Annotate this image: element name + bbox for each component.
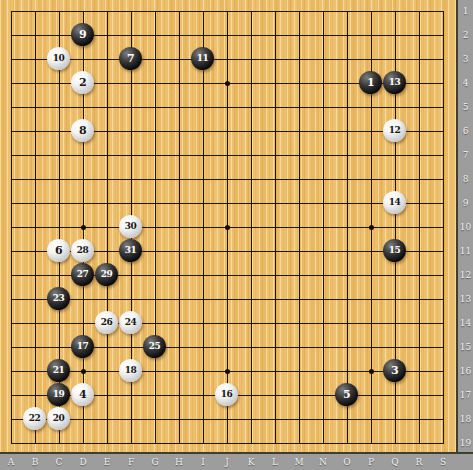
stone-move-16[interactable]: 16	[215, 383, 238, 406]
stone-move-23[interactable]: 23	[47, 287, 70, 310]
stone-move-27[interactable]: 27	[71, 263, 94, 286]
row-label-16: 16	[458, 365, 473, 377]
col-label-D: D	[75, 456, 91, 468]
col-label-I: I	[195, 456, 211, 468]
stone-move-22[interactable]: 22	[23, 407, 46, 430]
move-number: 5	[343, 389, 350, 400]
stone-move-24[interactable]: 24	[119, 311, 142, 334]
col-label-Q: Q	[387, 456, 403, 468]
col-label-F: F	[123, 456, 139, 468]
move-number: 1	[367, 77, 374, 88]
stone-move-13[interactable]: 13	[383, 71, 406, 94]
stone-move-10[interactable]: 10	[47, 47, 70, 70]
col-label-B: B	[27, 456, 43, 468]
col-label-E: E	[99, 456, 115, 468]
stone-move-12[interactable]: 12	[383, 119, 406, 142]
star-point	[369, 225, 374, 230]
star-point	[81, 369, 86, 374]
row-label-18: 18	[458, 413, 473, 425]
stone-move-21[interactable]: 21	[47, 359, 70, 382]
col-label-O: O	[339, 456, 355, 468]
stone-move-7[interactable]: 7	[119, 47, 142, 70]
move-number: 6	[55, 245, 62, 256]
move-number: 8	[79, 125, 86, 136]
row-label-4: 4	[458, 77, 473, 89]
move-number: 20	[53, 414, 65, 423]
row-label-2: 2	[458, 29, 473, 41]
star-point	[81, 225, 86, 230]
col-label-P: P	[363, 456, 379, 468]
col-label-H: H	[171, 456, 187, 468]
move-number: 9	[79, 29, 86, 40]
col-label-L: L	[267, 456, 283, 468]
stone-move-14[interactable]: 14	[383, 191, 406, 214]
col-label-G: G	[147, 456, 163, 468]
stone-move-6[interactable]: 6	[47, 239, 70, 262]
col-label-N: N	[315, 456, 331, 468]
stone-move-3[interactable]: 3	[383, 359, 406, 382]
stone-move-1[interactable]: 1	[359, 71, 382, 94]
stone-move-19[interactable]: 19	[47, 383, 70, 406]
move-number: 21	[53, 366, 65, 375]
row-label-6: 6	[458, 125, 473, 137]
move-number: 11	[197, 54, 209, 63]
row-label-19: 19	[458, 437, 473, 449]
move-number: 24	[125, 318, 137, 327]
stone-move-18[interactable]: 18	[119, 359, 142, 382]
stone-move-9[interactable]: 9	[71, 23, 94, 46]
goban[interactable]: 1234567891011121314151617181920212223242…	[0, 0, 458, 453]
column-coordinate-strip: ABCDEFGHIJKLMNOPQRS	[0, 452, 473, 470]
row-label-15: 15	[458, 341, 473, 353]
col-label-S: S	[435, 456, 451, 468]
move-number: 12	[389, 126, 401, 135]
move-number: 4	[79, 389, 86, 400]
move-number: 15	[389, 246, 401, 255]
move-number: 30	[125, 222, 137, 231]
stone-move-5[interactable]: 5	[335, 383, 358, 406]
stone-move-31[interactable]: 31	[119, 239, 142, 262]
star-point	[225, 225, 230, 230]
stone-move-25[interactable]: 25	[143, 335, 166, 358]
move-number: 3	[391, 365, 398, 376]
col-label-K: K	[243, 456, 259, 468]
move-number: 13	[389, 78, 401, 87]
col-label-A: A	[3, 456, 19, 468]
move-number: 19	[53, 390, 65, 399]
row-label-7: 7	[458, 149, 473, 161]
stone-move-4[interactable]: 4	[71, 383, 94, 406]
row-label-17: 17	[458, 389, 473, 401]
move-number: 10	[53, 54, 65, 63]
row-label-9: 9	[458, 197, 473, 209]
star-point	[225, 81, 230, 86]
kifu-diagram: 1234567891011121314151617181920212223242…	[0, 0, 473, 470]
move-number: 25	[149, 342, 161, 351]
stone-move-28[interactable]: 28	[71, 239, 94, 262]
move-number: 14	[389, 198, 401, 207]
move-number: 16	[221, 390, 233, 399]
row-label-11: 11	[458, 245, 473, 257]
stone-move-29[interactable]: 29	[95, 263, 118, 286]
stone-move-26[interactable]: 26	[95, 311, 118, 334]
col-label-R: R	[411, 456, 427, 468]
move-number: 22	[29, 414, 41, 423]
row-label-12: 12	[458, 269, 473, 281]
move-number: 26	[101, 318, 113, 327]
row-label-8: 8	[458, 173, 473, 185]
col-label-J: J	[219, 456, 235, 468]
col-label-M: M	[291, 456, 307, 468]
star-point	[225, 369, 230, 374]
stone-move-11[interactable]: 11	[191, 47, 214, 70]
col-label-C: C	[51, 456, 67, 468]
move-number: 28	[77, 246, 89, 255]
move-number: 17	[77, 342, 89, 351]
row-label-1: 1	[458, 5, 473, 17]
move-number: 29	[101, 270, 113, 279]
row-coordinate-strip: 12345678910111213141516171819	[456, 0, 473, 470]
star-point	[369, 369, 374, 374]
move-number: 7	[127, 53, 134, 64]
stone-move-15[interactable]: 15	[383, 239, 406, 262]
row-label-10: 10	[458, 221, 473, 233]
stone-move-17[interactable]: 17	[71, 335, 94, 358]
stone-move-30[interactable]: 30	[119, 215, 142, 238]
move-number: 2	[79, 77, 86, 88]
row-label-5: 5	[458, 101, 473, 113]
row-label-13: 13	[458, 293, 473, 305]
stone-move-20[interactable]: 20	[47, 407, 70, 430]
move-number: 18	[125, 366, 137, 375]
stone-move-8[interactable]: 8	[71, 119, 94, 142]
move-number: 27	[77, 270, 89, 279]
row-label-14: 14	[458, 317, 473, 329]
move-number: 31	[125, 246, 137, 255]
stone-move-2[interactable]: 2	[71, 71, 94, 94]
move-number: 23	[53, 294, 65, 303]
row-label-3: 3	[458, 53, 473, 65]
